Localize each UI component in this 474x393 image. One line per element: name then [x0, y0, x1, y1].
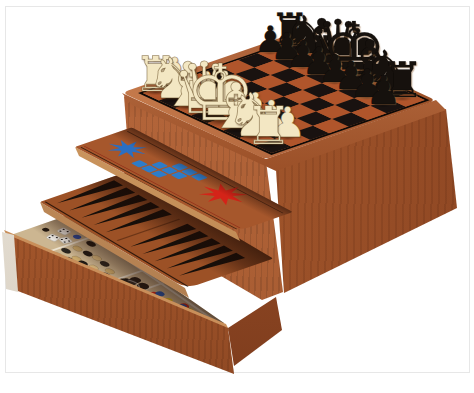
game-box-product-photo[interactable]: ♜♟♞♟♝♟♛♟♚♟♝♟♟♞♜♟♟♜♞♟♟♝♟♛♟♚♟♝♟♞♟♜ — [0, 0, 474, 393]
